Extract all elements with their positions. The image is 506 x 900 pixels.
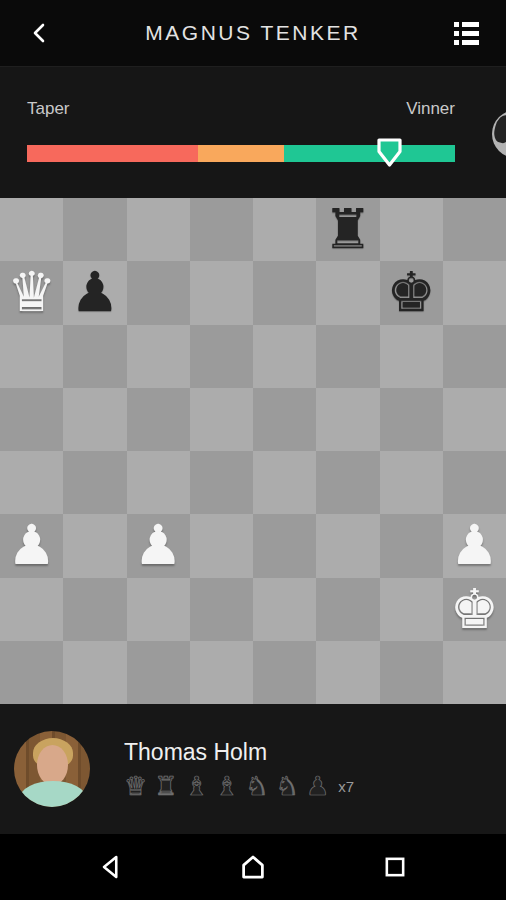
square-c6[interactable] [127,325,190,388]
square-d1[interactable] [190,641,253,704]
list-icon [454,22,479,45]
square-h8[interactable] [443,198,506,261]
square-d7[interactable] [190,261,253,324]
square-f1[interactable] [316,641,379,704]
eval-label-winning: Vinner [406,99,455,119]
chevron-left-icon [28,21,52,45]
square-b5[interactable] [63,388,126,451]
captured-bishop: ♝ [185,773,208,799]
square-b4[interactable] [63,451,126,514]
android-recents-button[interactable] [379,851,411,883]
square-g7[interactable]: ♚ [380,261,443,324]
eval-segment-neutral [198,145,284,162]
eval-segment-losing [27,145,198,162]
square-e1[interactable] [253,641,316,704]
square-b2[interactable] [63,578,126,641]
captured-queen: ♛ [124,773,147,799]
square-h6[interactable] [443,325,506,388]
square-d5[interactable] [190,388,253,451]
square-f3[interactable] [316,514,379,577]
black-king[interactable]: ♚ [386,265,435,320]
square-f7[interactable] [316,261,379,324]
back-button[interactable] [18,0,62,66]
square-h4[interactable] [443,451,506,514]
black-pawn[interactable]: ♟ [70,265,119,320]
page-title: MAGNUS TENKER [0,21,506,45]
back-triangle-icon [97,853,125,881]
square-b3[interactable] [63,514,126,577]
square-a7[interactable]: ♛ [0,261,63,324]
square-c8[interactable] [127,198,190,261]
player-info: Thomas Holm ♛♜♝♝♞♞♟x7 [124,739,354,799]
square-h5[interactable] [443,388,506,451]
android-nav-bar [0,834,506,900]
home-icon [238,852,268,882]
square-g6[interactable] [380,325,443,388]
square-d2[interactable] [190,578,253,641]
square-c1[interactable] [127,641,190,704]
captured-bishop: ♝ [215,773,238,799]
avatar-shirt [20,781,86,807]
captured-knight: ♞ [276,773,299,799]
captured-pawn: ♟ [306,773,329,799]
square-e5[interactable] [253,388,316,451]
square-f6[interactable] [316,325,379,388]
square-a8[interactable] [0,198,63,261]
square-a1[interactable] [0,641,63,704]
square-e6[interactable] [253,325,316,388]
android-home-button[interactable] [237,851,269,883]
player-section: Thomas Holm ♛♜♝♝♞♞♟x7 [0,704,506,834]
square-e2[interactable] [253,578,316,641]
white-pawn[interactable]: ♟ [450,518,499,573]
menu-button[interactable] [444,0,488,66]
square-g2[interactable] [380,578,443,641]
square-e7[interactable] [253,261,316,324]
player-avatar [14,731,90,807]
square-g5[interactable] [380,388,443,451]
square-a6[interactable] [0,325,63,388]
square-c4[interactable] [127,451,190,514]
captured-knight: ♞ [245,773,268,799]
square-b7[interactable]: ♟ [63,261,126,324]
eval-marker [376,137,403,168]
square-a4[interactable] [0,451,63,514]
square-f5[interactable] [316,388,379,451]
square-c5[interactable] [127,388,190,451]
square-e8[interactable] [253,198,316,261]
square-a3[interactable]: ♟ [0,514,63,577]
eval-labels: Taper Vinner [27,99,455,119]
square-d3[interactable] [190,514,253,577]
eval-bar [27,145,455,162]
white-pawn[interactable]: ♟ [133,518,182,573]
square-g1[interactable] [380,641,443,704]
square-e3[interactable] [253,514,316,577]
captured-pieces-tray: ♛♜♝♝♞♞♟x7 [124,773,354,799]
square-f8[interactable]: ♜ [316,198,379,261]
square-h1[interactable] [443,641,506,704]
app: MAGNUS TENKER Taper Vinner ♜♛♟♚♟♟♟♚ [0,0,506,900]
square-b1[interactable] [63,641,126,704]
square-h3[interactable]: ♟ [443,514,506,577]
square-h7[interactable] [443,261,506,324]
white-pawn[interactable]: ♟ [7,518,56,573]
avatar-face [37,745,68,785]
square-a2[interactable] [0,578,63,641]
white-king[interactable]: ♚ [450,582,499,637]
square-d4[interactable] [190,451,253,514]
square-h2[interactable]: ♚ [443,578,506,641]
captured-rook: ♜ [154,773,177,799]
magnus-avatar-partial [492,110,506,158]
white-queen[interactable]: ♛ [7,265,56,320]
black-rook[interactable]: ♜ [323,202,372,257]
square-c3[interactable]: ♟ [127,514,190,577]
top-bar: MAGNUS TENKER [0,0,506,67]
square-c2[interactable] [127,578,190,641]
square-d6[interactable] [190,325,253,388]
square-g4[interactable] [380,451,443,514]
eval-label-losing: Taper [27,99,70,119]
square-a5[interactable] [0,388,63,451]
evaluation-section: Taper Vinner [0,67,506,198]
android-back-button[interactable] [95,851,127,883]
square-g3[interactable] [380,514,443,577]
square-b6[interactable] [63,325,126,388]
square-d8[interactable] [190,198,253,261]
square-e4[interactable] [253,451,316,514]
square-f4[interactable] [316,451,379,514]
square-g8[interactable] [380,198,443,261]
player-name: Thomas Holm [124,739,354,766]
square-f2[interactable] [316,578,379,641]
chess-board[interactable]: ♜♛♟♚♟♟♟♚ [0,198,506,704]
pawn-count-label: x7 [338,778,354,795]
square-c7[interactable] [127,261,190,324]
square-b8[interactable] [63,198,126,261]
eval-segment-winning [284,145,455,162]
recents-square-icon [381,853,409,881]
magnus-avatar-detail [492,113,506,144]
